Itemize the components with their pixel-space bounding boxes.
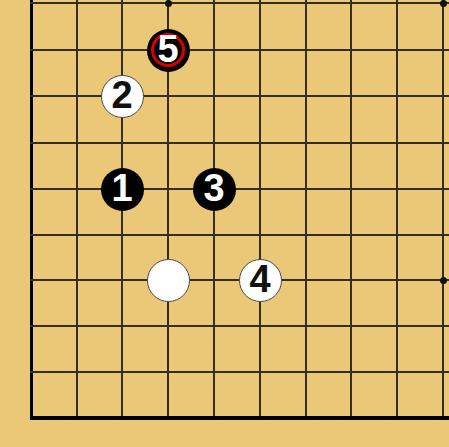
black-stone[interactable]: 3 xyxy=(193,168,236,211)
grid-line-horizontal xyxy=(30,2,449,4)
grid-line-horizontal xyxy=(30,371,449,373)
grid-line-vertical xyxy=(76,0,78,419)
grid-line-horizontal xyxy=(30,142,449,144)
grid-line-horizontal xyxy=(30,188,449,190)
move-number-label: 3 xyxy=(203,169,224,209)
star-point xyxy=(440,277,447,284)
black-stone[interactable]: 5 xyxy=(147,29,190,72)
grid-line-horizontal xyxy=(30,325,449,327)
go-diagram: 52134 xyxy=(0,0,449,447)
move-number-label: 4 xyxy=(249,260,270,300)
grid-line-vertical xyxy=(305,0,307,419)
move-number-label: 2 xyxy=(111,76,132,116)
grid-line-horizontal xyxy=(30,234,449,236)
board-edge-bottom xyxy=(30,416,449,420)
white-stone[interactable]: 4 xyxy=(239,259,282,302)
grid-line-horizontal xyxy=(30,95,449,97)
go-board[interactable]: 52134 xyxy=(0,0,449,447)
white-stone[interactable] xyxy=(147,259,190,302)
move-number-label: 1 xyxy=(111,169,132,209)
grid-line-vertical xyxy=(259,0,261,419)
black-stone[interactable]: 1 xyxy=(101,168,144,211)
move-number-label: 5 xyxy=(157,30,178,70)
grid-line-vertical xyxy=(396,0,398,419)
grid-line-horizontal xyxy=(30,49,449,51)
board-edge-left xyxy=(30,0,33,420)
star-point xyxy=(440,0,447,7)
grid-line-vertical xyxy=(350,0,352,419)
star-point xyxy=(165,0,172,7)
white-stone[interactable]: 2 xyxy=(101,75,144,118)
grid-line-vertical xyxy=(442,0,444,419)
